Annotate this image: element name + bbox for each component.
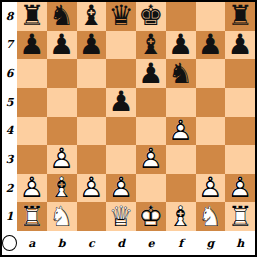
piece-black-pawn[interactable]: ♟ [225,31,255,60]
piece-black-knight[interactable]: ♞ [47,2,77,31]
white-piece-outline: ♙ [136,145,166,174]
square-c4[interactable] [77,117,107,146]
black-piece-glyph: ♞ [47,2,77,31]
white-piece-outline: ♙ [166,117,196,146]
file-label-b: b [47,231,77,255]
white-piece-outline: ♙ [77,174,107,203]
piece-black-pawn[interactable]: ♟ [47,31,77,60]
turn-indicator [2,231,17,255]
black-piece-glyph: ♟ [17,31,47,60]
square-h2[interactable]: ♟♙ [225,174,255,203]
white-piece-outline: ♙ [47,145,77,174]
piece-black-queen[interactable]: ♛ [106,2,136,31]
black-piece-glyph: ♟ [47,31,77,60]
black-piece-glyph: ♟ [106,88,136,117]
piece-white-knight[interactable]: ♞♘ [47,202,77,231]
square-g7[interactable]: ♟ [196,31,226,60]
black-piece-glyph: ♜ [225,2,255,31]
square-f6[interactable]: ♞ [166,59,196,88]
piece-black-king[interactable]: ♚ [136,2,166,31]
file-label-e: e [136,231,166,255]
square-e7[interactable]: ♝ [136,31,166,60]
piece-white-pawn[interactable]: ♟♙ [47,145,77,174]
piece-black-rook[interactable]: ♜ [17,2,47,31]
square-c6[interactable] [77,59,107,88]
white-piece-outline: ♙ [196,174,226,203]
square-a5[interactable] [17,88,47,117]
rank-label-4: 4 [2,117,17,146]
square-e3[interactable]: ♟♙ [136,145,166,174]
square-g3[interactable] [196,145,226,174]
square-h6[interactable] [225,59,255,88]
square-b2[interactable]: ♝♗ [47,174,77,203]
square-c8[interactable]: ♝ [77,2,107,31]
black-piece-glyph: ♞ [166,59,196,88]
file-label-h: h [225,231,255,255]
white-piece-outline: ♕ [106,202,136,231]
piece-white-pawn[interactable]: ♟♙ [225,174,255,203]
piece-black-bishop[interactable]: ♝ [136,31,166,60]
square-a7[interactable]: ♟ [17,31,47,60]
board: ♜♞♝♛♚♜♟♟♟♝♟♟♟♟♞♟♟♙♟♙♟♙♟♙♝♗♟♙♟♙♟♙♟♙♜♖♞♘♛♕… [17,2,255,231]
white-piece-outline: ♙ [225,174,255,203]
black-piece-glyph: ♜ [17,2,47,31]
piece-white-pawn[interactable]: ♟♙ [196,174,226,203]
file-labels: abcdefgh [17,231,255,255]
piece-white-queen[interactable]: ♛♕ [106,202,136,231]
piece-black-pawn[interactable]: ♟ [166,31,196,60]
file-label-f: f [166,231,196,255]
square-d4[interactable] [106,117,136,146]
black-piece-glyph: ♟ [77,31,107,60]
rank-label-8: 8 [2,2,17,31]
square-a8[interactable]: ♜ [17,2,47,31]
square-e8[interactable]: ♚ [136,2,166,31]
square-a6[interactable] [17,59,47,88]
square-c5[interactable] [77,88,107,117]
square-f7[interactable]: ♟ [166,31,196,60]
square-f4[interactable]: ♟♙ [166,117,196,146]
piece-white-pawn[interactable]: ♟♙ [136,145,166,174]
square-b6[interactable] [47,59,77,88]
square-c2[interactable]: ♟♙ [77,174,107,203]
piece-white-rook[interactable]: ♜♖ [17,202,47,231]
white-piece-outline: ♗ [166,202,196,231]
black-piece-glyph: ♟ [196,31,226,60]
square-g6[interactable] [196,59,226,88]
white-to-move-icon [2,235,17,251]
piece-white-king[interactable]: ♚♔ [136,202,166,231]
square-f3[interactable] [166,145,196,174]
square-c3[interactable] [77,145,107,174]
square-b8[interactable]: ♞ [47,2,77,31]
piece-black-bishop[interactable]: ♝ [77,2,107,31]
square-b7[interactable]: ♟ [47,31,77,60]
black-piece-glyph: ♟ [166,31,196,60]
file-label-c: c [77,231,107,255]
piece-black-rook[interactable]: ♜ [225,2,255,31]
square-b1[interactable]: ♞♘ [47,202,77,231]
square-e6[interactable]: ♟ [136,59,166,88]
piece-black-pawn[interactable]: ♟ [136,59,166,88]
square-f5[interactable] [166,88,196,117]
rank-label-1: 1 [2,202,17,231]
square-d1[interactable]: ♛♕ [106,202,136,231]
piece-black-knight[interactable]: ♞ [166,59,196,88]
square-h4[interactable] [225,117,255,146]
square-g4[interactable] [196,117,226,146]
piece-white-bishop[interactable]: ♝♗ [166,202,196,231]
square-h8[interactable]: ♜ [225,2,255,31]
square-d3[interactable] [106,145,136,174]
file-label-g: g [196,231,226,255]
square-a2[interactable]: ♟♙ [17,174,47,203]
square-h1[interactable]: ♜♖ [225,202,255,231]
square-g8[interactable] [196,2,226,31]
white-piece-outline: ♘ [196,202,226,231]
square-d7[interactable] [106,31,136,60]
white-piece-outline: ♙ [106,174,136,203]
piece-white-pawn[interactable]: ♟♙ [77,174,107,203]
square-g1[interactable]: ♞♘ [196,202,226,231]
square-f2[interactable] [166,174,196,203]
rank-label-7: 7 [2,31,17,60]
square-e2[interactable] [136,174,166,203]
square-e1[interactable]: ♚♔ [136,202,166,231]
square-a1[interactable]: ♜♖ [17,202,47,231]
rank-label-3: 3 [2,145,17,174]
black-piece-glyph: ♟ [136,59,166,88]
square-f1[interactable]: ♝♗ [166,202,196,231]
square-c7[interactable]: ♟ [77,31,107,60]
black-piece-glyph: ♝ [77,2,107,31]
square-e4[interactable] [136,117,166,146]
white-piece-outline: ♖ [225,202,255,231]
square-e5[interactable] [136,88,166,117]
white-piece-outline: ♔ [136,202,166,231]
square-d2[interactable]: ♟♙ [106,174,136,203]
piece-white-pawn[interactable]: ♟♙ [17,174,47,203]
file-label-d: d [106,231,136,255]
square-g2[interactable]: ♟♙ [196,174,226,203]
square-b5[interactable] [47,88,77,117]
square-b3[interactable]: ♟♙ [47,145,77,174]
white-piece-outline: ♗ [47,174,77,203]
rank-label-6: 6 [2,59,17,88]
piece-black-pawn[interactable]: ♟ [196,31,226,60]
white-piece-outline: ♖ [17,202,47,231]
piece-black-pawn[interactable]: ♟ [17,31,47,60]
black-piece-glyph: ♛ [106,2,136,31]
piece-white-rook[interactable]: ♜♖ [225,202,255,231]
piece-black-pawn[interactable]: ♟ [106,88,136,117]
piece-white-bishop[interactable]: ♝♗ [47,174,77,203]
square-c1[interactable] [77,202,107,231]
chess-diagram: 87654321 ♜♞♝♛♚♜♟♟♟♝♟♟♟♟♞♟♟♙♟♙♟♙♟♙♝♗♟♙♟♙♟… [0,0,257,257]
piece-white-pawn[interactable]: ♟♙ [166,117,196,146]
piece-black-pawn[interactable]: ♟ [77,31,107,60]
square-a3[interactable] [17,145,47,174]
square-h5[interactable] [225,88,255,117]
square-b4[interactable] [47,117,77,146]
white-piece-outline: ♘ [47,202,77,231]
square-h3[interactable] [225,145,255,174]
square-f8[interactable] [166,2,196,31]
square-g5[interactable] [196,88,226,117]
black-piece-glyph: ♟ [225,31,255,60]
piece-white-knight[interactable]: ♞♘ [196,202,226,231]
square-a4[interactable] [17,117,47,146]
black-piece-glyph: ♝ [136,31,166,60]
piece-white-pawn[interactable]: ♟♙ [106,174,136,203]
black-piece-glyph: ♚ [136,2,166,31]
square-d5[interactable]: ♟ [106,88,136,117]
file-label-a: a [17,231,47,255]
rank-label-2: 2 [2,174,17,203]
square-h7[interactable]: ♟ [225,31,255,60]
square-d8[interactable]: ♛ [106,2,136,31]
rank-label-5: 5 [2,88,17,117]
rank-labels: 87654321 [2,2,17,231]
square-d6[interactable] [106,59,136,88]
white-piece-outline: ♙ [17,174,47,203]
